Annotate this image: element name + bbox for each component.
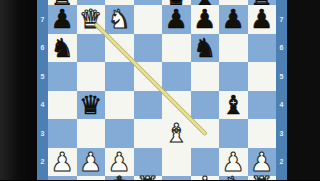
thumbnail-stage: 87654321 ♜♚♝♜♟♛♞♟♟♟♟♞♞♛♝♝♟♟♟♟♟♚♜♝♞♜ 8765… <box>0 0 320 180</box>
rank-label-4-left: 4 <box>37 91 48 120</box>
square-f7: ♟ <box>191 5 220 34</box>
square-b3 <box>77 119 106 148</box>
square-h6 <box>248 34 277 63</box>
rank-label-2-left: 2 <box>37 148 48 177</box>
square-a1 <box>48 176 77 180</box>
square-e1 <box>162 176 191 180</box>
square-h1: ♜ <box>248 176 277 180</box>
square-f3 <box>191 119 220 148</box>
rank-label-1-right: 1 <box>276 176 287 180</box>
square-g6 <box>219 34 248 63</box>
square-h4 <box>248 91 277 120</box>
square-b7: ♛ <box>77 5 106 34</box>
square-h5 <box>248 62 277 91</box>
rank-label-2-right: 2 <box>276 148 287 177</box>
square-g3 <box>219 119 248 148</box>
square-b5 <box>77 62 106 91</box>
square-g4: ♝ <box>219 91 248 120</box>
rank-label-5-left: 5 <box>37 62 48 91</box>
black-bishop: ♝ <box>219 91 248 120</box>
letterbox-left <box>0 0 37 180</box>
white-pawn: ♟ <box>48 148 77 177</box>
rank-label-3-right: 3 <box>276 119 287 148</box>
square-a2: ♟ <box>48 148 77 177</box>
rank-label-3-left: 3 <box>37 119 48 148</box>
square-f5 <box>191 62 220 91</box>
chess-board: ♜♚♝♜♟♛♞♟♟♟♟♞♞♛♝♝♟♟♟♟♟♚♜♝♞♜ <box>48 0 276 180</box>
rank-label-7-right: 7 <box>276 5 287 34</box>
rank-label-6-left: 6 <box>37 34 48 63</box>
square-a3 <box>48 119 77 148</box>
rank-label-1-left: 1 <box>37 176 48 180</box>
square-e2 <box>162 148 191 177</box>
square-a6: ♞ <box>48 34 77 63</box>
white-knight: ♞ <box>105 5 134 34</box>
square-d4 <box>134 91 163 120</box>
square-g1: ♞ <box>219 176 248 180</box>
black-pawn: ♟ <box>48 5 77 34</box>
square-d5 <box>134 62 163 91</box>
square-e3: ♝ <box>162 119 191 148</box>
square-f4 <box>191 91 220 120</box>
square-b2: ♟ <box>77 148 106 177</box>
white-knight: ♞ <box>219 172 248 181</box>
square-g5 <box>219 62 248 91</box>
square-d6 <box>134 34 163 63</box>
square-c3 <box>105 119 134 148</box>
white-pawn: ♟ <box>77 148 106 177</box>
black-knight: ♞ <box>191 34 220 63</box>
square-c4 <box>105 91 134 120</box>
rank-label-6-right: 6 <box>276 34 287 63</box>
white-bishop: ♝ <box>191 172 220 181</box>
square-e7: ♟ <box>162 5 191 34</box>
square-b4: ♛ <box>77 91 106 120</box>
white-rook: ♜ <box>134 172 163 181</box>
square-a4 <box>48 91 77 120</box>
black-pawn: ♟ <box>191 5 220 34</box>
black-queen: ♛ <box>77 91 106 120</box>
square-d7 <box>134 5 163 34</box>
white-queen: ♛ <box>77 5 106 34</box>
black-pawn: ♟ <box>219 5 248 34</box>
square-f1: ♝ <box>191 176 220 180</box>
square-d1: ♜ <box>134 176 163 180</box>
square-c6 <box>105 34 134 63</box>
rank-label-7-left: 7 <box>37 5 48 34</box>
white-rook: ♜ <box>248 172 277 181</box>
square-c1: ♚ <box>105 176 134 180</box>
rank-labels-left: 87654321 <box>37 0 48 180</box>
square-b6 <box>77 34 106 63</box>
rank-label-5-right: 5 <box>276 62 287 91</box>
white-bishop: ♝ <box>162 119 191 148</box>
black-pawn: ♟ <box>162 5 191 34</box>
square-h7: ♟ <box>248 5 277 34</box>
square-c5 <box>105 62 134 91</box>
black-knight: ♞ <box>48 34 77 63</box>
square-b1 <box>77 176 106 180</box>
square-a7: ♟ <box>48 5 77 34</box>
square-d3 <box>134 119 163 148</box>
black-pawn: ♟ <box>248 5 277 34</box>
letterbox-right <box>287 0 320 180</box>
square-a5 <box>48 62 77 91</box>
square-g7: ♟ <box>219 5 248 34</box>
square-e6 <box>162 34 191 63</box>
square-h3 <box>248 119 277 148</box>
square-e5 <box>162 62 191 91</box>
square-e4 <box>162 91 191 120</box>
white-king: ♚ <box>105 172 134 181</box>
square-f6: ♞ <box>191 34 220 63</box>
square-c7: ♞ <box>105 5 134 34</box>
rank-labels-right: 87654321 <box>276 0 287 180</box>
rank-label-4-right: 4 <box>276 91 287 120</box>
